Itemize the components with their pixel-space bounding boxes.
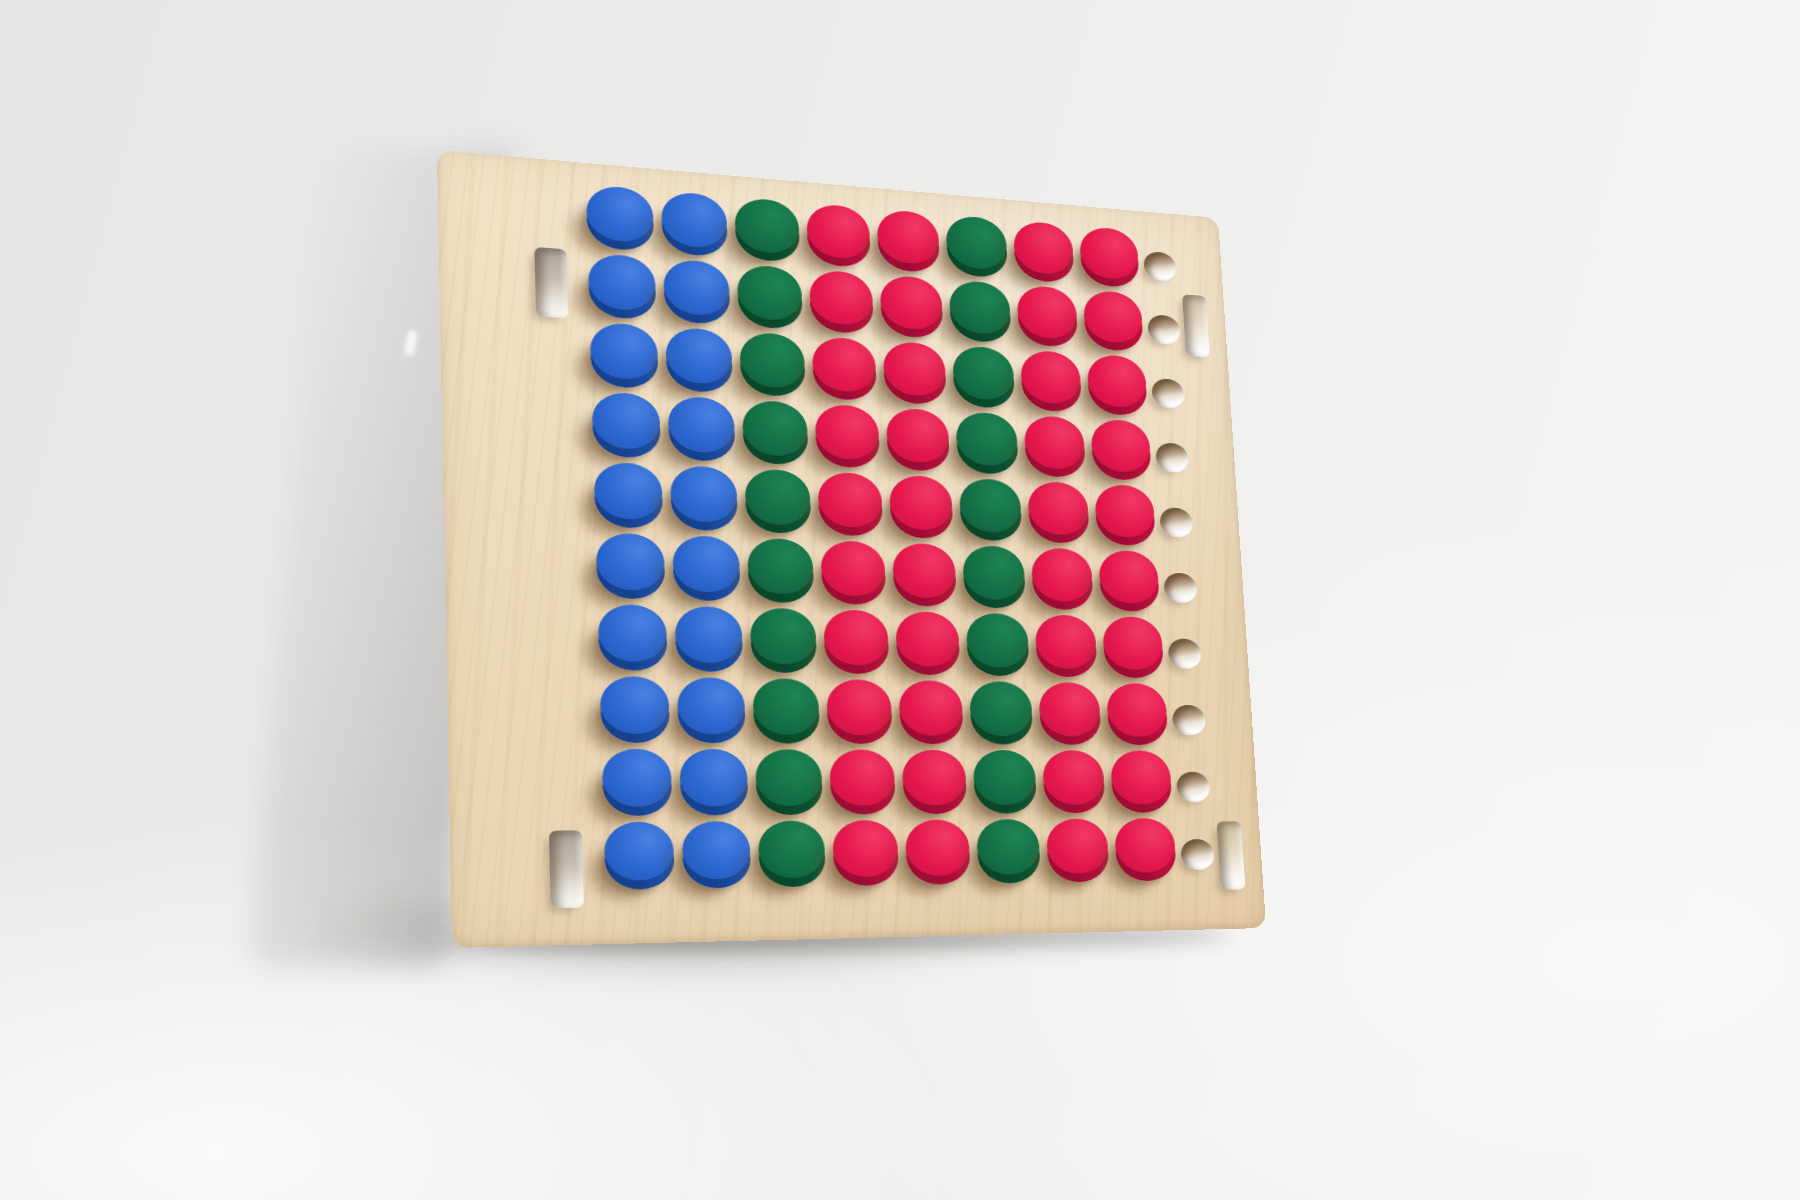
peg-blue[interactable] bbox=[672, 543, 741, 601]
cell-r6-c3 bbox=[743, 538, 819, 610]
cell-r2-c2 bbox=[659, 259, 735, 332]
slot-cutout-top-right bbox=[1182, 294, 1210, 357]
cell-r1-c7 bbox=[1009, 221, 1079, 290]
scene bbox=[0, 0, 1800, 1200]
cell-r6-c1 bbox=[591, 533, 670, 606]
cell-r8-c2 bbox=[672, 678, 750, 750]
peg-green[interactable] bbox=[949, 287, 1012, 343]
peg-green[interactable] bbox=[962, 553, 1026, 608]
empty-hole[interactable] bbox=[1172, 704, 1207, 734]
cell-r10-c2 bbox=[677, 822, 756, 896]
cell-r9-c9 bbox=[1173, 752, 1214, 819]
peg-red[interactable] bbox=[817, 479, 883, 536]
cell-r9-c5 bbox=[897, 751, 972, 821]
peg-green[interactable] bbox=[742, 408, 809, 466]
cell-r6-c5 bbox=[888, 543, 962, 613]
cell-r1-c3 bbox=[730, 197, 805, 269]
peg-blue[interactable] bbox=[586, 192, 654, 251]
slot-cutout-bottom-right bbox=[1216, 821, 1245, 890]
cell-r6-c8 bbox=[1094, 550, 1164, 618]
cell-r10-c3 bbox=[753, 821, 830, 894]
peg-green[interactable] bbox=[734, 205, 800, 263]
peg-red[interactable] bbox=[892, 551, 957, 607]
peg-red[interactable] bbox=[1046, 827, 1110, 883]
peg-red[interactable] bbox=[826, 687, 893, 743]
peg-blue[interactable] bbox=[604, 830, 675, 889]
cell-r10-c4 bbox=[828, 821, 904, 893]
peg-blue[interactable] bbox=[677, 685, 746, 742]
peg-red[interactable] bbox=[1038, 690, 1101, 744]
cell-r3-c1 bbox=[585, 322, 663, 396]
cell-r2-c3 bbox=[733, 264, 808, 336]
cell-r4-c7 bbox=[1020, 416, 1091, 485]
peg-red[interactable] bbox=[1020, 357, 1082, 412]
cell-r10-c8 bbox=[1110, 819, 1181, 888]
peg-red[interactable] bbox=[823, 617, 890, 673]
board-perspective-wrap bbox=[437, 150, 1266, 948]
peg-red[interactable] bbox=[820, 548, 886, 605]
cell-r7-c9 bbox=[1164, 618, 1205, 685]
cell-r10-c7 bbox=[1042, 819, 1114, 889]
cell-r1-c1 bbox=[582, 185, 659, 259]
cell-r4-c9 bbox=[1152, 423, 1192, 489]
peg-blue[interactable] bbox=[594, 470, 664, 529]
cell-r8-c6 bbox=[965, 682, 1038, 751]
cell-r2-c8 bbox=[1079, 290, 1148, 359]
cell-r6-c4 bbox=[816, 541, 891, 612]
cell-r1-c6 bbox=[941, 215, 1012, 285]
peg-red[interactable] bbox=[1027, 489, 1090, 544]
peg-blue[interactable] bbox=[682, 829, 752, 888]
cell-r5-c6 bbox=[955, 479, 1027, 549]
peg-red[interactable] bbox=[1106, 691, 1168, 745]
peg-blue[interactable] bbox=[679, 757, 749, 815]
cell-r3-c9 bbox=[1148, 359, 1188, 425]
peg-green[interactable] bbox=[750, 616, 818, 673]
cell-r8-c7 bbox=[1034, 683, 1106, 751]
peg-green[interactable] bbox=[758, 829, 827, 887]
peg-blue[interactable] bbox=[588, 261, 657, 320]
peg-red[interactable] bbox=[1024, 423, 1087, 478]
peg-green[interactable] bbox=[755, 758, 823, 815]
cell-r4-c4 bbox=[810, 404, 884, 475]
peg-red[interactable] bbox=[1091, 426, 1153, 481]
cell-r10-c1 bbox=[599, 823, 679, 898]
empty-hole[interactable] bbox=[1167, 638, 1202, 668]
cell-r10-c5 bbox=[901, 820, 976, 891]
empty-hole[interactable] bbox=[1155, 442, 1189, 473]
cell-r2-c4 bbox=[805, 270, 879, 341]
cell-r7-c6 bbox=[961, 614, 1034, 683]
peg-red[interactable] bbox=[1013, 228, 1075, 284]
peg-blue[interactable] bbox=[598, 612, 668, 670]
pegboard bbox=[437, 150, 1266, 948]
slot-cutout-top-left bbox=[534, 247, 568, 319]
peg-blue[interactable] bbox=[663, 266, 731, 325]
peg-red[interactable] bbox=[1094, 491, 1156, 545]
peg-green[interactable] bbox=[973, 758, 1038, 813]
cell-r2-c9 bbox=[1144, 295, 1184, 361]
cell-r3-c4 bbox=[808, 337, 882, 408]
slot-cutout-bottom-left bbox=[549, 830, 584, 908]
cell-r7-c7 bbox=[1030, 615, 1102, 684]
cell-r6-c7 bbox=[1027, 548, 1098, 617]
peg-blue[interactable] bbox=[665, 335, 733, 393]
cell-r10-c9 bbox=[1177, 819, 1218, 887]
cell-r4-c8 bbox=[1086, 419, 1156, 487]
cell-r7-c1 bbox=[593, 605, 672, 678]
cell-r7-c3 bbox=[745, 608, 822, 680]
cell-r2-c6 bbox=[945, 280, 1016, 350]
cell-r8-c8 bbox=[1102, 684, 1173, 752]
cell-r7-c2 bbox=[670, 607, 748, 679]
empty-hole[interactable] bbox=[1176, 771, 1211, 801]
peg-red[interactable] bbox=[1035, 622, 1098, 677]
empty-hole[interactable] bbox=[1180, 839, 1215, 870]
cell-r4-c5 bbox=[882, 408, 955, 478]
cell-r7-c8 bbox=[1098, 617, 1168, 685]
cell-r1-c5 bbox=[872, 209, 944, 280]
cell-r3-c2 bbox=[661, 327, 738, 400]
cell-r5-c4 bbox=[813, 472, 888, 543]
cell-r1-c8 bbox=[1075, 226, 1144, 295]
peg-red[interactable] bbox=[829, 758, 896, 814]
peg-grid bbox=[582, 185, 1218, 897]
peg-blue[interactable] bbox=[675, 614, 744, 672]
peg-red[interactable] bbox=[809, 277, 874, 334]
peg-red[interactable] bbox=[1102, 624, 1164, 678]
peg-red[interactable] bbox=[832, 828, 899, 885]
peg-red[interactable] bbox=[895, 619, 960, 675]
cell-r4-c3 bbox=[738, 400, 814, 472]
cell-r9-c2 bbox=[675, 750, 753, 823]
cell-r10-c6 bbox=[972, 820, 1046, 891]
peg-red[interactable] bbox=[1098, 557, 1160, 611]
cell-r9-c1 bbox=[597, 750, 677, 823]
cell-r9-c8 bbox=[1106, 751, 1177, 819]
cell-r9-c6 bbox=[968, 751, 1041, 821]
peg-red[interactable] bbox=[1042, 758, 1106, 813]
cell-r7-c5 bbox=[891, 612, 965, 682]
cell-r5-c8 bbox=[1090, 485, 1160, 553]
peg-red[interactable] bbox=[886, 415, 951, 471]
peg-red[interactable] bbox=[1114, 826, 1177, 881]
cell-r4-c2 bbox=[663, 396, 740, 469]
peg-green[interactable] bbox=[744, 476, 811, 533]
cell-r7-c4 bbox=[819, 610, 894, 681]
cell-r3-c7 bbox=[1016, 350, 1086, 419]
peg-blue[interactable] bbox=[596, 541, 666, 599]
peg-red[interactable] bbox=[1110, 758, 1173, 812]
peg-green[interactable] bbox=[945, 222, 1008, 278]
peg-green[interactable] bbox=[976, 827, 1041, 883]
peg-blue[interactable] bbox=[661, 198, 728, 257]
cell-r5-c1 bbox=[589, 462, 668, 536]
cell-r3-c3 bbox=[735, 332, 810, 404]
cell-r9-c7 bbox=[1038, 751, 1110, 820]
peg-red[interactable] bbox=[877, 216, 941, 273]
cell-r8-c5 bbox=[894, 681, 968, 751]
peg-red[interactable] bbox=[815, 411, 881, 468]
peg-green[interactable] bbox=[969, 689, 1034, 744]
peg-red[interactable] bbox=[1087, 361, 1148, 416]
empty-hole[interactable] bbox=[1151, 378, 1185, 409]
peg-red[interactable] bbox=[902, 758, 968, 814]
peg-red[interactable] bbox=[812, 344, 878, 401]
cell-r2-c1 bbox=[583, 253, 661, 327]
peg-blue[interactable] bbox=[602, 757, 673, 815]
cell-r6-c6 bbox=[958, 546, 1030, 615]
cell-r8-c3 bbox=[748, 679, 825, 750]
cell-r4-c6 bbox=[951, 412, 1023, 482]
peg-red[interactable] bbox=[880, 282, 944, 339]
cell-r3-c6 bbox=[948, 346, 1020, 416]
peg-green[interactable] bbox=[959, 486, 1023, 542]
cell-r8-c4 bbox=[822, 680, 898, 751]
cell-r8-c9 bbox=[1169, 685, 1210, 752]
cell-r5-c3 bbox=[740, 469, 816, 541]
cell-r6-c2 bbox=[668, 536, 746, 609]
cell-r2-c5 bbox=[875, 275, 948, 346]
peg-red[interactable] bbox=[905, 828, 971, 885]
peg-red[interactable] bbox=[1031, 555, 1094, 610]
cell-r1-c2 bbox=[657, 191, 733, 264]
peg-green[interactable] bbox=[966, 621, 1030, 676]
peg-green[interactable] bbox=[952, 353, 1015, 409]
empty-hole[interactable] bbox=[1143, 250, 1177, 281]
peg-red[interactable] bbox=[1017, 292, 1079, 347]
cell-r3-c5 bbox=[878, 341, 951, 412]
peg-green[interactable] bbox=[737, 272, 803, 330]
empty-hole[interactable] bbox=[1159, 507, 1193, 538]
peg-red[interactable] bbox=[889, 483, 954, 539]
peg-red[interactable] bbox=[883, 348, 947, 404]
peg-blue[interactable] bbox=[670, 473, 738, 531]
empty-hole[interactable] bbox=[1147, 314, 1181, 345]
cell-r4-c1 bbox=[587, 392, 665, 466]
peg-blue[interactable] bbox=[590, 330, 659, 389]
peg-red[interactable] bbox=[898, 688, 964, 744]
cell-r2-c7 bbox=[1012, 285, 1082, 354]
cell-r5-c9 bbox=[1156, 487, 1196, 553]
empty-hole[interactable] bbox=[1163, 572, 1197, 603]
peg-green[interactable] bbox=[955, 419, 1019, 475]
cell-r6-c9 bbox=[1160, 553, 1200, 620]
peg-blue[interactable] bbox=[668, 404, 736, 462]
peg-green[interactable] bbox=[752, 686, 820, 743]
cell-r9-c3 bbox=[751, 750, 828, 822]
cell-r1-c4 bbox=[802, 203, 875, 275]
peg-red[interactable] bbox=[806, 211, 871, 268]
cell-r5-c5 bbox=[885, 475, 958, 545]
cell-r1-c9 bbox=[1140, 232, 1180, 298]
cell-r5-c7 bbox=[1023, 482, 1094, 551]
peg-green[interactable] bbox=[739, 339, 806, 397]
cell-r3-c8 bbox=[1083, 354, 1152, 422]
cell-r5-c2 bbox=[666, 466, 743, 539]
cell-r8-c1 bbox=[595, 677, 675, 750]
peg-red[interactable] bbox=[1083, 297, 1144, 352]
peg-red[interactable] bbox=[1079, 233, 1140, 288]
peg-blue[interactable] bbox=[592, 400, 661, 459]
peg-blue[interactable] bbox=[600, 684, 671, 742]
peg-green[interactable] bbox=[747, 546, 814, 603]
cell-r9-c4 bbox=[825, 750, 901, 821]
